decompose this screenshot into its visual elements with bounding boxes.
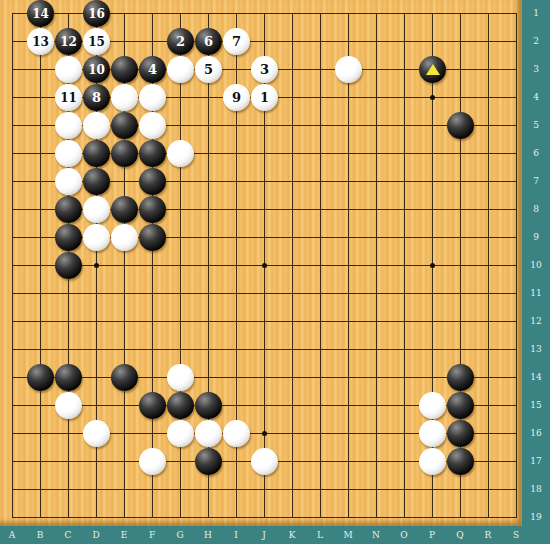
coord-label-col-Q: Q (450, 529, 470, 541)
stone-P16 (419, 420, 446, 447)
stone-G6 (167, 140, 194, 167)
stone-D9 (83, 224, 110, 251)
stone-D5 (83, 112, 110, 139)
coord-label-row-9: 9 (523, 231, 549, 243)
stone-I2: 7 (223, 28, 250, 55)
grid-line-horizontal (12, 377, 517, 378)
grid-line-vertical (292, 13, 293, 518)
stone-F7 (139, 168, 166, 195)
stone-D1: 16 (83, 0, 110, 27)
grid-line-vertical (376, 13, 377, 518)
coord-label-col-L: L (310, 529, 330, 541)
stone-C9 (55, 224, 82, 251)
stone-D8 (83, 196, 110, 223)
coord-label-col-E: E (114, 529, 134, 541)
stone-P3 (419, 56, 446, 83)
stone-F3: 4 (139, 56, 166, 83)
coord-label-row-1: 1 (523, 7, 549, 19)
stone-F17 (139, 448, 166, 475)
stone-C14 (55, 364, 82, 391)
move-number: 15 (88, 36, 105, 48)
stone-D2: 15 (83, 28, 110, 55)
stone-D16 (83, 420, 110, 447)
grid-line-horizontal (12, 349, 517, 350)
coord-label-col-M: M (338, 529, 358, 541)
stone-C7 (55, 168, 82, 195)
triangle-marker-icon (426, 64, 440, 75)
stone-F4 (139, 84, 166, 111)
coord-label-col-D: D (86, 529, 106, 541)
coord-label-col-N: N (366, 529, 386, 541)
grid-line-horizontal (12, 489, 517, 490)
stone-P15 (419, 392, 446, 419)
coord-label-row-2: 2 (523, 35, 549, 47)
stone-M3 (335, 56, 362, 83)
move-number: 8 (92, 91, 101, 104)
coord-label-row-14: 14 (523, 371, 549, 383)
coord-label-col-G: G (170, 529, 190, 541)
coord-label-col-S: S (506, 529, 526, 541)
stone-B1: 14 (27, 0, 54, 27)
grid-line-vertical (516, 13, 517, 518)
move-number: 14 (32, 8, 49, 20)
coord-label-row-4: 4 (523, 91, 549, 103)
stone-G3 (167, 56, 194, 83)
coord-label-col-H: H (198, 529, 218, 541)
coord-label-row-12: 12 (523, 315, 549, 327)
coord-label-row-18: 18 (523, 483, 549, 495)
move-number: 6 (204, 35, 213, 48)
coord-label-row-7: 7 (523, 175, 549, 187)
stone-J17 (251, 448, 278, 475)
stone-C6 (55, 140, 82, 167)
coord-label-row-11: 11 (523, 287, 549, 299)
move-number: 12 (60, 36, 77, 48)
stone-E5 (111, 112, 138, 139)
stone-G16 (167, 420, 194, 447)
coord-label-col-P: P (422, 529, 442, 541)
move-number: 13 (32, 36, 49, 48)
star-point (94, 263, 99, 268)
move-number: 5 (204, 63, 213, 76)
stone-J3: 3 (251, 56, 278, 83)
stone-J4: 1 (251, 84, 278, 111)
stone-H16 (195, 420, 222, 447)
stone-E8 (111, 196, 138, 223)
coord-label-col-J: J (254, 529, 274, 541)
stone-Q14 (447, 364, 474, 391)
coord-label-row-15: 15 (523, 399, 549, 411)
stone-D6 (83, 140, 110, 167)
move-number: 16 (88, 8, 105, 20)
coord-label-row-8: 8 (523, 203, 549, 215)
stone-I4: 9 (223, 84, 250, 111)
move-number: 11 (60, 92, 77, 104)
coord-label-col-B: B (30, 529, 50, 541)
stone-F9 (139, 224, 166, 251)
coord-label-row-19: 19 (523, 511, 549, 523)
stone-Q16 (447, 420, 474, 447)
coord-label-col-A: A (2, 529, 22, 541)
stone-B2: 13 (27, 28, 54, 55)
stone-C4: 11 (55, 84, 82, 111)
stone-D4: 8 (83, 84, 110, 111)
coord-label-col-O: O (394, 529, 414, 541)
move-number: 4 (148, 63, 157, 76)
grid-line-vertical (320, 13, 321, 518)
stone-H15 (195, 392, 222, 419)
move-number: 3 (260, 63, 269, 76)
stone-Q5 (447, 112, 474, 139)
coord-label-row-16: 16 (523, 427, 549, 439)
grid-line-horizontal (12, 517, 517, 518)
stone-H3: 5 (195, 56, 222, 83)
move-number: 10 (88, 64, 105, 76)
stone-C15 (55, 392, 82, 419)
stone-G2: 2 (167, 28, 194, 55)
stone-F6 (139, 140, 166, 167)
star-point (430, 263, 435, 268)
stone-C2: 12 (55, 28, 82, 55)
stone-F8 (139, 196, 166, 223)
star-point (262, 263, 267, 268)
stone-F5 (139, 112, 166, 139)
grid-line-horizontal (12, 321, 517, 322)
coord-label-row-13: 13 (523, 343, 549, 355)
stone-E9 (111, 224, 138, 251)
stone-H17 (195, 448, 222, 475)
stone-Q17 (447, 448, 474, 475)
stone-E4 (111, 84, 138, 111)
coord-label-row-10: 10 (523, 259, 549, 271)
stone-H2: 6 (195, 28, 222, 55)
star-point (430, 95, 435, 100)
stone-E14 (111, 364, 138, 391)
stone-B14 (27, 364, 54, 391)
stone-C3 (55, 56, 82, 83)
stone-D7 (83, 168, 110, 195)
coord-label-row-6: 6 (523, 147, 549, 159)
coord-label-col-C: C (58, 529, 78, 541)
coord-label-col-R: R (478, 529, 498, 541)
coord-label-row-17: 17 (523, 455, 549, 467)
stone-C8 (55, 196, 82, 223)
stone-F15 (139, 392, 166, 419)
go-board-frame: 14161312152671045311891ABCDEFGHIJKLMNOPQ… (0, 0, 550, 544)
grid-line-vertical (348, 13, 349, 518)
grid-line-horizontal (12, 293, 517, 294)
grid-line-vertical (404, 13, 405, 518)
coord-label-row-5: 5 (523, 119, 549, 131)
stone-E6 (111, 140, 138, 167)
star-point (262, 431, 267, 436)
stone-D3: 10 (83, 56, 110, 83)
stone-C5 (55, 112, 82, 139)
stone-C10 (55, 252, 82, 279)
coord-label-row-3: 3 (523, 63, 549, 75)
coord-label-col-F: F (142, 529, 162, 541)
coord-label-col-K: K (282, 529, 302, 541)
stone-Q15 (447, 392, 474, 419)
stone-G15 (167, 392, 194, 419)
stone-P17 (419, 448, 446, 475)
stone-E3 (111, 56, 138, 83)
stone-G14 (167, 364, 194, 391)
move-number: 9 (232, 91, 241, 104)
coord-label-col-I: I (226, 529, 246, 541)
move-number: 2 (176, 35, 185, 48)
stone-I16 (223, 420, 250, 447)
grid-line-vertical (488, 13, 489, 518)
move-number: 7 (232, 35, 241, 48)
move-number: 1 (260, 91, 269, 104)
